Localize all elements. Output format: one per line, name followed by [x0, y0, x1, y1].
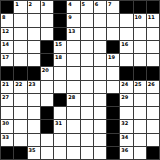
- white-cell-r4c12[interactable]: [147, 41, 159, 53]
- white-cell-r11c4[interactable]: [41, 134, 53, 146]
- white-cell-r5c1[interactable]: 17: [1, 54, 13, 66]
- white-cell-r5c3[interactable]: [28, 54, 40, 66]
- clue-number: 3: [42, 1, 45, 7]
- white-cell-r10c12[interactable]: [147, 120, 159, 132]
- white-cell-r4c8[interactable]: [94, 41, 106, 53]
- white-cell-r2c12[interactable]: 11: [147, 14, 159, 26]
- black-cell-r5c4: [41, 54, 53, 66]
- white-cell-r9c6[interactable]: [67, 107, 79, 119]
- white-cell-r7c12[interactable]: 26: [147, 81, 159, 93]
- black-cell-r10c9: [107, 120, 119, 132]
- clue-number: 11: [148, 14, 155, 20]
- clue-number: 2: [29, 1, 32, 7]
- white-cell-r2c11[interactable]: 10: [134, 14, 146, 26]
- white-cell-r4c6[interactable]: [67, 41, 79, 53]
- white-cell-r5c9[interactable]: 19: [107, 54, 119, 66]
- white-cell-r6c5[interactable]: [54, 67, 66, 79]
- white-cell-r7c9[interactable]: [107, 81, 119, 93]
- white-cell-r7c6[interactable]: [67, 81, 79, 93]
- white-cell-r9c3[interactable]: [28, 107, 40, 119]
- clue-number: 27: [2, 94, 9, 100]
- white-cell-r10c11[interactable]: [134, 120, 146, 132]
- white-cell-r3c11[interactable]: [134, 28, 146, 40]
- clue-number: 29: [121, 94, 128, 100]
- white-cell-r8c1[interactable]: 27: [1, 94, 13, 106]
- clue-number: 7: [108, 1, 111, 7]
- crossword-board: 1234567891011121314151617181920212223242…: [0, 0, 160, 160]
- white-cell-r2c7[interactable]: [81, 14, 93, 26]
- white-cell-r9c12[interactable]: [147, 107, 159, 119]
- clue-number: 16: [121, 41, 128, 47]
- white-cell-r12c5[interactable]: [54, 147, 66, 159]
- clue-number: 31: [55, 120, 62, 126]
- white-cell-r10c2[interactable]: [14, 120, 26, 132]
- clue-number: 5: [82, 1, 85, 7]
- white-cell-r5c11[interactable]: [134, 54, 146, 66]
- white-cell-r8c8[interactable]: [94, 94, 106, 106]
- black-cell-r12c9: [107, 147, 119, 159]
- white-cell-r1c9[interactable]: 7: [107, 1, 119, 13]
- white-cell-r10c10[interactable]: 32: [120, 120, 132, 132]
- clue-number: 4: [68, 1, 71, 7]
- white-cell-r7c5[interactable]: [54, 81, 66, 93]
- white-cell-r8c11[interactable]: [134, 94, 146, 106]
- black-cell-r4c4: [41, 41, 53, 53]
- white-cell-r5c7[interactable]: [81, 54, 93, 66]
- clue-number: 32: [121, 120, 128, 126]
- clue-number: 25: [135, 81, 142, 87]
- black-cell-r6c11: [134, 67, 146, 79]
- clue-number: 1: [15, 1, 18, 7]
- white-cell-r8c2[interactable]: [14, 94, 26, 106]
- clue-number: 35: [29, 147, 36, 153]
- black-cell-r6c12: [147, 67, 159, 79]
- clue-number: 34: [121, 134, 128, 140]
- black-cell-r12c1: [1, 147, 13, 159]
- black-cell-r6c3: [28, 67, 40, 79]
- white-cell-r12c3[interactable]: 35: [28, 147, 40, 159]
- white-cell-r1c6[interactable]: 4: [67, 1, 79, 13]
- clue-number: 18: [55, 54, 62, 60]
- white-cell-r5c10[interactable]: [120, 54, 132, 66]
- white-cell-r7c3[interactable]: 23: [28, 81, 40, 93]
- white-cell-r4c7[interactable]: [81, 41, 93, 53]
- white-cell-r9c5[interactable]: [54, 107, 66, 119]
- white-cell-r11c10[interactable]: 34: [120, 134, 132, 146]
- black-cell-r1c12: [147, 1, 159, 13]
- white-cell-r2c4[interactable]: [41, 14, 53, 26]
- white-cell-r6c8[interactable]: [94, 67, 106, 79]
- white-cell-r9c10[interactable]: [120, 107, 132, 119]
- white-cell-r8c6[interactable]: 28: [67, 94, 79, 106]
- white-cell-r11c2[interactable]: [14, 134, 26, 146]
- clue-number: 22: [15, 81, 22, 87]
- white-cell-r4c5[interactable]: 15: [54, 41, 66, 53]
- white-cell-r11c3[interactable]: [28, 134, 40, 146]
- white-cell-r11c7[interactable]: [81, 134, 93, 146]
- white-cell-r3c3[interactable]: [28, 28, 40, 40]
- clue-number: 26: [148, 81, 155, 87]
- clue-number: 20: [42, 67, 49, 73]
- clue-number: 30: [2, 120, 9, 126]
- white-cell-r3c6[interactable]: 13: [67, 28, 79, 40]
- white-cell-r7c10[interactable]: 24: [120, 81, 132, 93]
- white-cell-r7c2[interactable]: 22: [14, 81, 26, 93]
- clue-number: 6: [95, 1, 98, 7]
- white-cell-r8c4[interactable]: [41, 94, 53, 106]
- clue-number: 24: [121, 81, 128, 87]
- black-cell-r6c10: [120, 67, 132, 79]
- white-cell-r10c3[interactable]: [28, 120, 40, 132]
- white-cell-r7c8[interactable]: [94, 81, 106, 93]
- clue-number: 9: [68, 14, 71, 20]
- white-cell-r2c9[interactable]: [107, 14, 119, 26]
- white-cell-r8c7[interactable]: [81, 94, 93, 106]
- white-cell-r10c1[interactable]: 30: [1, 120, 13, 132]
- white-cell-r2c2[interactable]: [14, 14, 26, 26]
- clue-number: 10: [135, 14, 142, 20]
- white-cell-r11c12[interactable]: [147, 134, 159, 146]
- black-cell-r6c1: [1, 67, 13, 79]
- white-cell-r3c1[interactable]: 12: [1, 28, 13, 40]
- white-cell-r11c11[interactable]: [134, 134, 146, 146]
- clue-number: 13: [68, 28, 75, 34]
- white-cell-r1c3[interactable]: 2: [28, 1, 40, 13]
- clue-number: 33: [2, 134, 9, 140]
- white-cell-r7c1[interactable]: 21: [1, 81, 13, 93]
- white-cell-r7c11[interactable]: 25: [134, 81, 146, 93]
- white-cell-r1c8[interactable]: 6: [94, 1, 106, 13]
- clue-number: 19: [108, 54, 115, 60]
- white-cell-r12c7[interactable]: [81, 147, 93, 159]
- white-cell-r12c6[interactable]: [67, 147, 79, 159]
- clue-number: 21: [2, 81, 9, 87]
- white-cell-r4c10[interactable]: 16: [120, 41, 132, 53]
- white-cell-r6c6[interactable]: [67, 67, 79, 79]
- white-cell-r4c11[interactable]: [134, 41, 146, 53]
- clue-number: 36: [121, 147, 128, 153]
- black-cell-r1c11: [134, 1, 146, 13]
- clue-number: 23: [29, 81, 36, 87]
- white-cell-r8c3[interactable]: [28, 94, 40, 106]
- white-cell-r3c8[interactable]: [94, 28, 106, 40]
- black-cell-r11c9: [107, 134, 119, 146]
- white-cell-r5c2[interactable]: [14, 54, 26, 66]
- black-cell-r9c9: [107, 107, 119, 119]
- white-cell-r11c8[interactable]: [94, 134, 106, 146]
- black-cell-r8c5: [54, 94, 66, 106]
- white-cell-r3c9[interactable]: [107, 28, 119, 40]
- black-cell-r8c9: [107, 94, 119, 106]
- black-cell-r1c1: [1, 1, 13, 13]
- white-cell-r6c9[interactable]: [107, 67, 119, 79]
- white-cell-r8c10[interactable]: 29: [120, 94, 132, 106]
- clue-number: 15: [55, 41, 62, 47]
- white-cell-r4c1[interactable]: 14: [1, 41, 13, 53]
- black-cell-r1c5: [54, 1, 66, 13]
- clue-number: 12: [2, 28, 9, 34]
- white-cell-r2c8[interactable]: [94, 14, 106, 26]
- white-cell-r9c1[interactable]: [1, 107, 13, 119]
- clue-number: 8: [2, 14, 5, 20]
- black-cell-r12c2: [14, 147, 26, 159]
- white-cell-r10c5[interactable]: 31: [54, 120, 66, 132]
- black-cell-r6c2: [14, 67, 26, 79]
- white-cell-r5c5[interactable]: 18: [54, 54, 66, 66]
- white-cell-r7c7[interactable]: [81, 81, 93, 93]
- white-cell-r2c10[interactable]: [120, 14, 132, 26]
- clue-number: 28: [68, 94, 75, 100]
- white-cell-r2c1[interactable]: 8: [1, 14, 13, 26]
- white-cell-r2c3[interactable]: [28, 14, 40, 26]
- white-cell-r5c8[interactable]: [94, 54, 106, 66]
- white-cell-r1c2[interactable]: 1: [14, 1, 26, 13]
- white-cell-r5c12[interactable]: [147, 54, 159, 66]
- white-cell-r3c2[interactable]: [14, 28, 26, 40]
- white-cell-r9c8[interactable]: [94, 107, 106, 119]
- black-cell-r10c4: [41, 120, 53, 132]
- white-cell-r6c4[interactable]: 20: [41, 67, 53, 79]
- black-cell-r2c5: [54, 14, 66, 26]
- white-cell-r1c4[interactable]: 3: [41, 1, 53, 13]
- white-cell-r9c11[interactable]: [134, 107, 146, 119]
- white-cell-r5c6[interactable]: [67, 54, 79, 66]
- white-cell-r12c4[interactable]: [41, 147, 53, 159]
- white-cell-r7c4[interactable]: [41, 81, 53, 93]
- black-cell-r1c10: [120, 1, 132, 13]
- white-cell-r9c7[interactable]: [81, 107, 93, 119]
- clue-number: 17: [2, 54, 9, 60]
- white-cell-r11c6[interactable]: [67, 134, 79, 146]
- clue-number: 14: [2, 41, 9, 47]
- white-cell-r12c11[interactable]: [134, 147, 146, 159]
- black-cell-r3c5: [54, 28, 66, 40]
- white-cell-r2c6[interactable]: 9: [67, 14, 79, 26]
- white-cell-r10c6[interactable]: [67, 120, 79, 132]
- white-cell-r10c7[interactable]: [81, 120, 93, 132]
- white-cell-r9c2[interactable]: [14, 107, 26, 119]
- black-cell-r9c4: [41, 107, 53, 119]
- white-cell-r12c8[interactable]: [94, 147, 106, 159]
- white-cell-r4c2[interactable]: [14, 41, 26, 53]
- white-cell-r3c10[interactable]: [120, 28, 132, 40]
- white-cell-r11c1[interactable]: 33: [1, 134, 13, 146]
- white-cell-r3c4[interactable]: [41, 28, 53, 40]
- white-cell-r10c8[interactable]: [94, 120, 106, 132]
- white-cell-r3c7[interactable]: [81, 28, 93, 40]
- white-cell-r6c7[interactable]: [81, 67, 93, 79]
- black-cell-r4c9: [107, 41, 119, 53]
- white-cell-r4c3[interactable]: [28, 41, 40, 53]
- white-cell-r3c12[interactable]: [147, 28, 159, 40]
- white-cell-r12c10[interactable]: 36: [120, 147, 132, 159]
- white-cell-r11c5[interactable]: [54, 134, 66, 146]
- white-cell-r1c7[interactable]: 5: [81, 1, 93, 13]
- black-cell-r12c12: [147, 147, 159, 159]
- white-cell-r8c12[interactable]: [147, 94, 159, 106]
